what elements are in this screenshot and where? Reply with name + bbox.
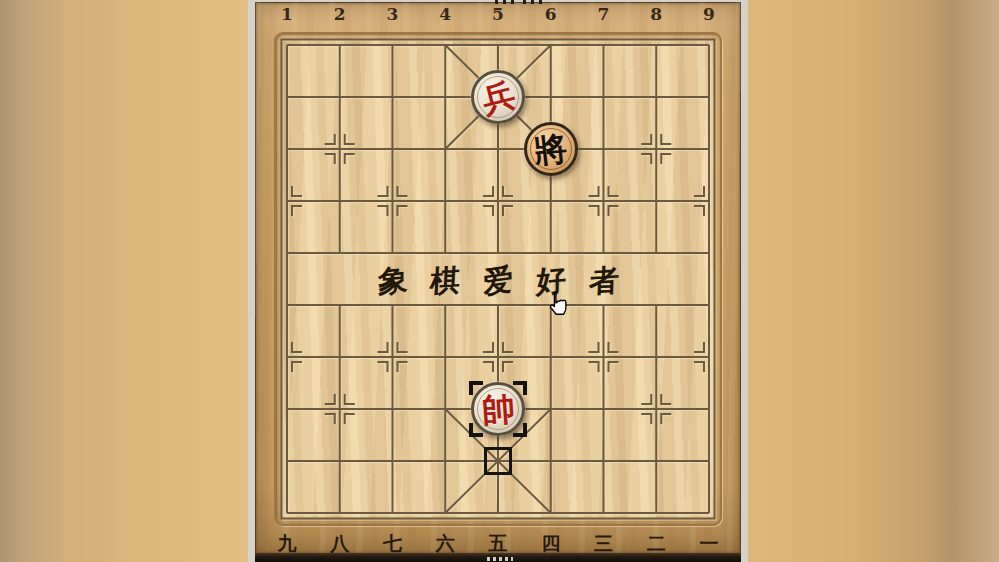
file-label-top-8: 8	[643, 3, 669, 25]
file-label-bottom-5: 五	[485, 531, 511, 555]
file-label-top-4: 4	[432, 3, 458, 25]
file-label-top-6: 6	[538, 3, 564, 25]
file-label-bottom-7: 三	[591, 531, 617, 555]
file-label-bottom-1: 九	[274, 531, 300, 555]
file-label-bottom-3: 七	[380, 531, 406, 555]
file-label-bottom-6: 四	[538, 531, 564, 555]
file-label-top-7: 7	[591, 3, 617, 25]
move-target-square-marker[interactable]	[484, 447, 512, 475]
river-caption-char-1: 象	[372, 259, 414, 304]
piece-glyph-black-general: 將	[533, 131, 569, 167]
cropped-text-fragment-top-right	[523, 0, 544, 4]
file-label-top-2: 2	[327, 3, 353, 25]
piece-black-general[interactable]: 將	[524, 122, 578, 176]
file-label-bottom-2: 八	[327, 531, 353, 555]
file-label-bottom-4: 六	[432, 531, 458, 555]
file-label-top-9: 9	[696, 3, 722, 25]
piece-glyph-red-soldier: 兵	[478, 77, 518, 117]
file-label-top-3: 3	[380, 3, 406, 25]
river-caption-char-3: 爱	[477, 258, 520, 304]
river-caption-char-2: 棋	[423, 260, 467, 302]
file-label-top-1: 1	[274, 3, 300, 25]
selection-brackets	[469, 381, 527, 437]
file-label-top-5: 5	[485, 3, 511, 25]
file-label-bottom-9: 一	[696, 531, 722, 555]
screenshot-root: 123456789 九八七六五四三二一 象棋爱好者 兵將帥	[0, 0, 999, 562]
river-caption-char-5: 者	[582, 259, 625, 302]
file-label-bottom-8: 二	[643, 531, 669, 555]
cropped-text-fragment-top-left	[495, 0, 517, 4]
piece-red-soldier[interactable]: 兵	[471, 70, 525, 124]
cropped-text-fragment-bottom	[487, 557, 513, 561]
river-caption-char-4: 好	[529, 259, 572, 303]
